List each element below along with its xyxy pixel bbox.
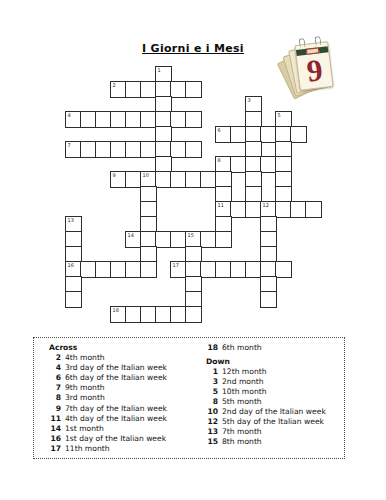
cell-number: 12 <box>263 203 269 209</box>
cell-number: 5 <box>278 113 281 119</box>
clue-number: 16 <box>49 434 61 444</box>
clue-number: 7 <box>49 383 61 393</box>
clue-number: 8 <box>206 397 218 407</box>
clue-number: 5 <box>206 387 218 397</box>
cell-number: 15 <box>188 233 194 239</box>
clue-item: 32nd month <box>206 377 342 387</box>
clue-text: 3rd day of the Italian week <box>65 363 167 373</box>
clue-text: 1st day of the Italian week <box>65 434 166 444</box>
calendar-hook-icon <box>314 36 321 46</box>
grid-cell[interactable] <box>140 261 157 278</box>
clue-number: 2 <box>49 353 61 363</box>
cell-number: 7 <box>68 143 71 149</box>
clue-item: 43rd day of the Italian week <box>49 363 201 373</box>
clue-item: 83rd month <box>49 393 201 403</box>
clue-number: 11 <box>49 414 61 424</box>
grid-cell[interactable] <box>215 231 232 248</box>
clue-text: 3rd month <box>65 393 105 403</box>
clue-item: 1711th month <box>49 444 201 454</box>
cell-number: 6 <box>218 128 221 134</box>
clue-text: 6th month <box>222 343 262 353</box>
clue-text: 5th day of the Italian week <box>222 417 324 427</box>
calendar-hook-icon <box>299 38 306 48</box>
grid-cell[interactable] <box>305 201 322 218</box>
clue-number: 8 <box>49 393 61 403</box>
across-header: Across <box>49 343 201 353</box>
clue-text: 5th month <box>222 397 262 407</box>
down-list: 112th month32nd month510th month85th mon… <box>206 367 342 448</box>
grid-cell[interactable] <box>275 261 292 278</box>
clue-item: 141st month <box>49 424 201 434</box>
clue-item: 158th month <box>206 437 342 447</box>
cell-number: 16 <box>68 263 74 269</box>
clue-number: 18 <box>206 343 218 353</box>
clue-number: 17 <box>49 444 61 454</box>
across-overflow-list: 186th month <box>206 343 342 353</box>
clue-text: 2nd day of the Italian week <box>222 407 326 417</box>
clue-number: 3 <box>206 377 218 387</box>
clue-item: 112th month <box>206 367 342 377</box>
grid-cell[interactable] <box>65 291 82 308</box>
clue-text: 11th month <box>65 444 110 454</box>
grid-cell[interactable] <box>260 291 277 308</box>
clue-item: 66th day of the Italian week <box>49 373 201 383</box>
clue-item: 186th month <box>206 343 342 353</box>
clue-number: 14 <box>49 424 61 434</box>
grid-cell[interactable] <box>290 126 307 143</box>
cell-number: 8 <box>218 158 221 164</box>
clue-number: 6 <box>49 373 61 383</box>
clue-item: 79th month <box>49 383 201 393</box>
clue-item: 161st day of the Italian week <box>49 434 201 444</box>
cell-number: 3 <box>248 98 251 104</box>
down-header: Down <box>206 357 342 367</box>
across-clue-column: Across 24th month43rd day of the Italian… <box>49 343 201 454</box>
clue-text: 7th day of the Italian week <box>65 404 167 414</box>
grid-cell[interactable] <box>185 111 202 128</box>
cell-number: 17 <box>173 263 179 269</box>
clue-number: 4 <box>49 363 61 373</box>
clue-text: 9th month <box>65 383 105 393</box>
cell-number: 4 <box>68 113 71 119</box>
cell-number: 13 <box>68 218 74 224</box>
clue-item: 97th day of the Italian week <box>49 404 201 414</box>
grid-cell[interactable] <box>185 81 202 98</box>
clue-number: 15 <box>206 437 218 447</box>
cell-number: 10 <box>143 173 149 179</box>
clue-item: 24th month <box>49 353 201 363</box>
clue-text: 10th month <box>222 387 267 397</box>
clue-item: 85th month <box>206 397 342 407</box>
across-list: 24th month43rd day of the Italian week66… <box>49 353 201 454</box>
worksheet-page: I Giorni e i Mesi 9 12345678910111213141… <box>0 0 386 500</box>
clue-number: 1 <box>206 367 218 377</box>
clue-text: 4th day of the Italian week <box>65 414 167 424</box>
clue-text: 7th month <box>222 427 262 437</box>
cell-number: 11 <box>218 203 224 209</box>
cell-number: 1 <box>158 68 161 74</box>
grid-cell[interactable] <box>185 141 202 158</box>
clue-item: 137th month <box>206 427 342 437</box>
clue-text: 2nd month <box>222 377 264 387</box>
clue-number: 12 <box>206 417 218 427</box>
clue-number: 13 <box>206 427 218 437</box>
clue-text: 4th month <box>65 353 105 363</box>
clue-item: 102nd day of the Italian week <box>206 407 342 417</box>
clue-number: 10 <box>206 407 218 417</box>
clue-number: 9 <box>49 404 61 414</box>
clue-item: 114th day of the Italian week <box>49 414 201 424</box>
cell-number: 9 <box>113 173 116 179</box>
cell-number: 14 <box>128 233 134 239</box>
clue-text: 12th month <box>222 367 267 377</box>
cell-number: 18 <box>113 308 119 314</box>
clue-item: 125th day of the Italian week <box>206 417 342 427</box>
crossword-grid: 123456789101112131415161718 <box>65 66 322 323</box>
clue-text: 6th day of the Italian week <box>65 373 167 383</box>
clue-box: Across 24th month43rd day of the Italian… <box>33 337 345 459</box>
grid-cell[interactable] <box>185 306 202 323</box>
down-clue-column: 186th month Down 112th month32nd month51… <box>206 343 342 447</box>
cell-number: 2 <box>113 83 116 89</box>
clue-text: 1st month <box>65 424 104 434</box>
clue-text: 8th month <box>222 437 262 447</box>
clue-item: 510th month <box>206 387 342 397</box>
